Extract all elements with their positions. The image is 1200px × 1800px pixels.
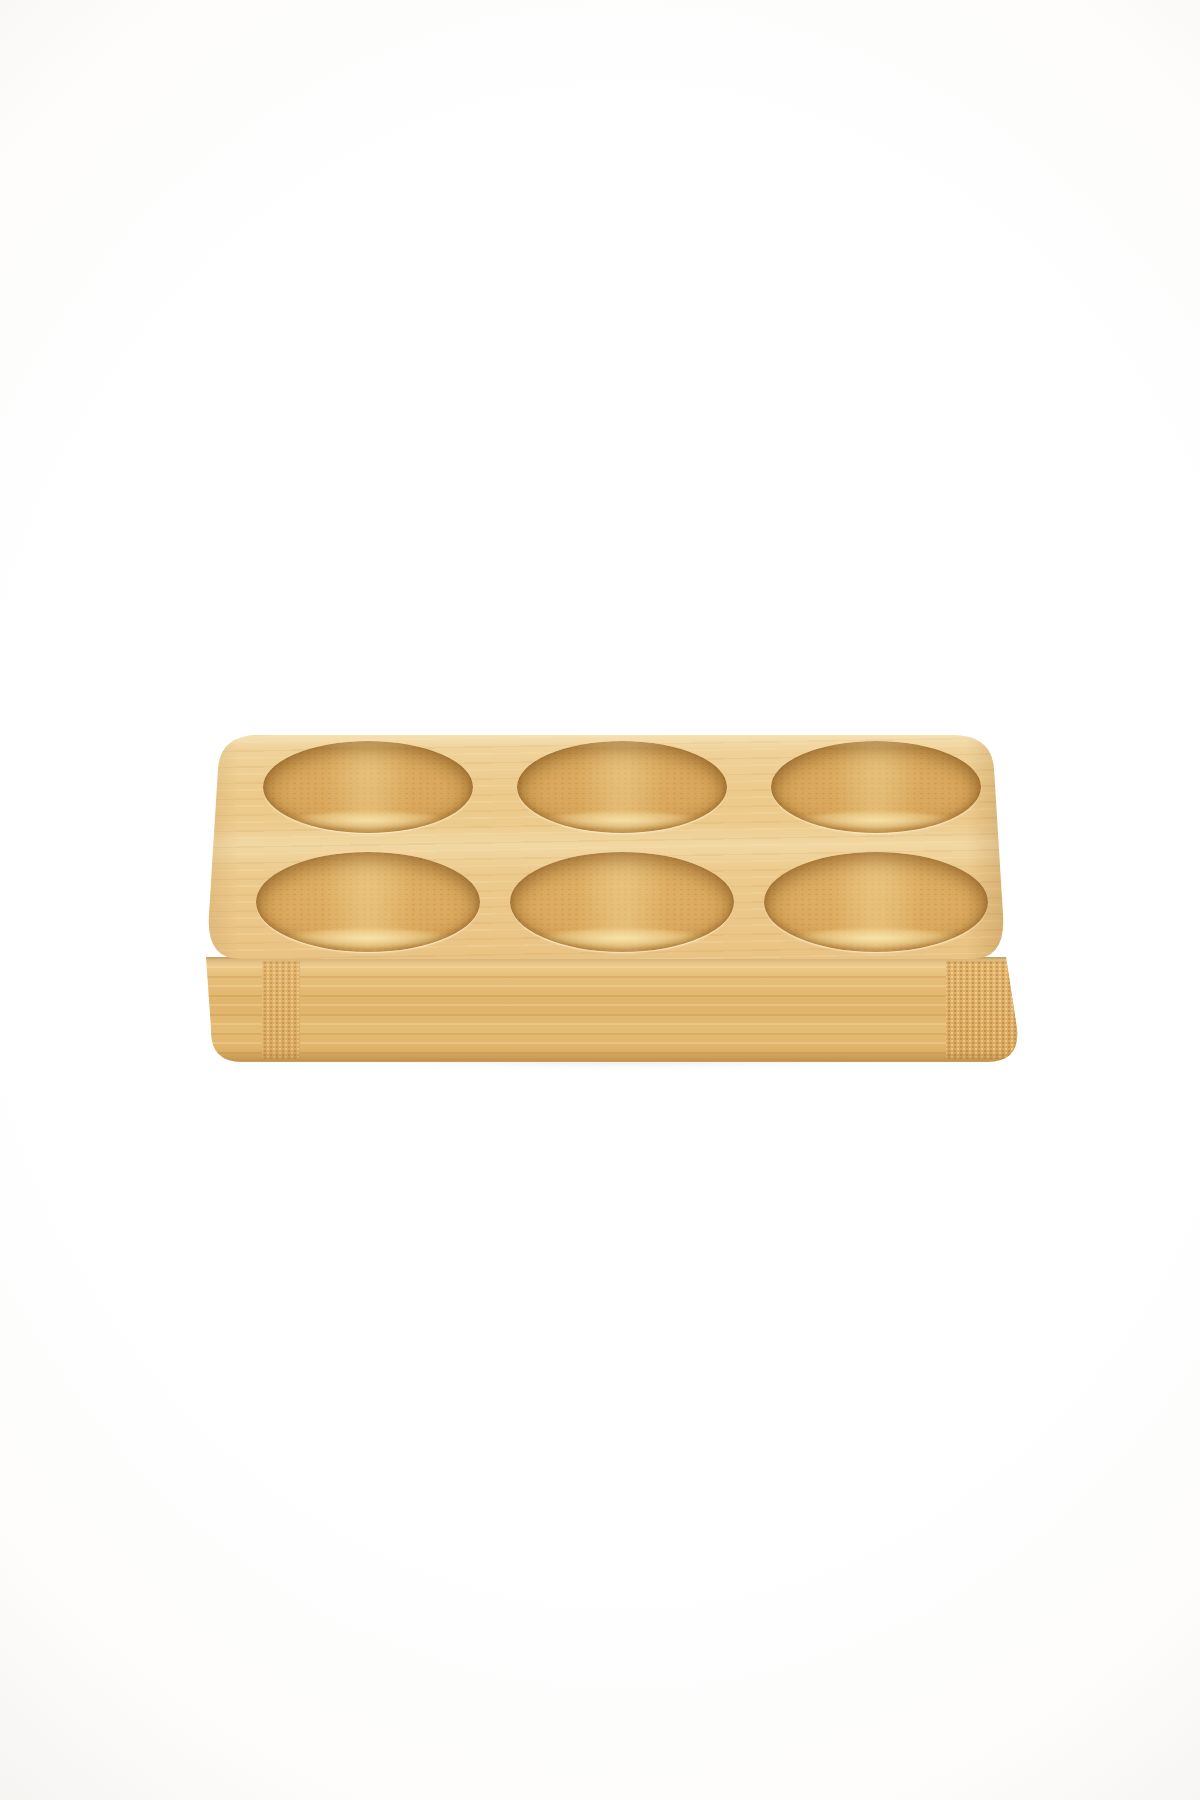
mancala-board bbox=[206, 735, 1026, 1075]
pit-front-3[interactable] bbox=[764, 852, 988, 952]
pit-front-1[interactable] bbox=[256, 852, 480, 952]
end-grain-texture-left bbox=[262, 961, 300, 1059]
pit-front-2[interactable] bbox=[510, 852, 734, 952]
pit-back-3[interactable] bbox=[771, 741, 981, 833]
end-grain-texture-right bbox=[946, 961, 1020, 1059]
pit-back-2[interactable] bbox=[517, 741, 727, 833]
product-photo-canvas bbox=[0, 0, 1200, 1800]
pit-back-1[interactable] bbox=[263, 741, 473, 833]
pit-grid bbox=[206, 735, 1006, 959]
board-top-face bbox=[206, 735, 1006, 959]
board-front-face bbox=[206, 957, 1022, 1063]
